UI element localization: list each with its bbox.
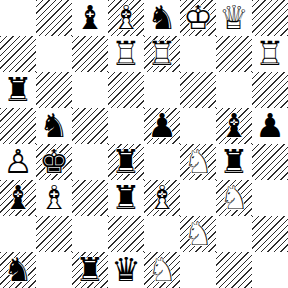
piece-black-knight[interactable]: ♞ xyxy=(36,108,72,144)
piece-white-rook-fill: ♜ xyxy=(144,36,180,72)
piece-black-pawn[interactable]: ♟ xyxy=(144,108,180,144)
square-a7[interactable] xyxy=(0,36,36,72)
square-c3[interactable] xyxy=(72,180,108,216)
piece-white-rook-fill: ♜ xyxy=(252,36,288,72)
square-b3[interactable]: ♝♗ xyxy=(36,180,72,216)
square-b4[interactable]: ♚ xyxy=(36,144,72,180)
piece-white-pawn[interactable]: ♙ xyxy=(0,144,36,180)
square-a8[interactable] xyxy=(0,0,36,36)
square-f5[interactable] xyxy=(180,108,216,144)
square-d7[interactable]: ♜♖ xyxy=(108,36,144,72)
square-g1[interactable] xyxy=(216,252,252,288)
square-h1[interactable] xyxy=(252,252,288,288)
piece-black-knight[interactable]: ♞ xyxy=(144,0,180,36)
piece-black-bishop[interactable]: ♝ xyxy=(0,180,36,216)
square-e5[interactable]: ♟ xyxy=(144,108,180,144)
piece-white-king-fill: ♚ xyxy=(180,0,216,36)
piece-white-rook-fill: ♜ xyxy=(108,36,144,72)
piece-black-queen[interactable]: ♛ xyxy=(108,252,144,288)
square-d8[interactable]: ♝♗ xyxy=(108,0,144,36)
piece-white-bishop[interactable]: ♗ xyxy=(144,180,180,216)
piece-white-knight-fill: ♞ xyxy=(216,180,252,216)
square-h8[interactable] xyxy=(252,0,288,36)
piece-white-bishop[interactable]: ♗ xyxy=(108,0,144,36)
square-g3[interactable]: ♞♘ xyxy=(216,180,252,216)
piece-black-pawn[interactable]: ♟ xyxy=(252,108,288,144)
square-d3[interactable]: ♜ xyxy=(108,180,144,216)
piece-white-pawn-fill: ♟ xyxy=(0,144,36,180)
piece-black-knight[interactable]: ♞ xyxy=(0,252,36,288)
square-h3[interactable] xyxy=(252,180,288,216)
square-e8[interactable]: ♞ xyxy=(144,0,180,36)
piece-black-king[interactable]: ♚ xyxy=(36,144,72,180)
square-d5[interactable] xyxy=(108,108,144,144)
piece-white-queen[interactable]: ♕ xyxy=(216,0,252,36)
piece-white-rook[interactable]: ♖ xyxy=(108,36,144,72)
chess-board: ♝♝♗♞♚♔♛♕♜♖♜♖♜♖♜♞♟♝♟♟♙♚♜♞♘♜♝♝♗♜♝♗♞♘♞♘♞♜♛♞… xyxy=(0,0,288,288)
square-b6[interactable] xyxy=(36,72,72,108)
square-d6[interactable] xyxy=(108,72,144,108)
square-c2[interactable] xyxy=(72,216,108,252)
square-f6[interactable] xyxy=(180,72,216,108)
square-e4[interactable] xyxy=(144,144,180,180)
square-g7[interactable] xyxy=(216,36,252,72)
square-b5[interactable]: ♞ xyxy=(36,108,72,144)
square-c7[interactable] xyxy=(72,36,108,72)
square-a4[interactable]: ♟♙ xyxy=(0,144,36,180)
piece-black-rook[interactable]: ♜ xyxy=(72,252,108,288)
square-e2[interactable] xyxy=(144,216,180,252)
square-e1[interactable]: ♞♘ xyxy=(144,252,180,288)
square-f7[interactable] xyxy=(180,36,216,72)
square-c5[interactable] xyxy=(72,108,108,144)
square-e6[interactable] xyxy=(144,72,180,108)
piece-black-bishop[interactable]: ♝ xyxy=(72,0,108,36)
square-d4[interactable]: ♜ xyxy=(108,144,144,180)
square-g6[interactable] xyxy=(216,72,252,108)
piece-black-rook[interactable]: ♜ xyxy=(216,144,252,180)
piece-white-knight[interactable]: ♘ xyxy=(180,144,216,180)
square-a6[interactable]: ♜ xyxy=(0,72,36,108)
square-c8[interactable]: ♝ xyxy=(72,0,108,36)
square-h2[interactable] xyxy=(252,216,288,252)
piece-white-rook[interactable]: ♖ xyxy=(144,36,180,72)
square-f1[interactable] xyxy=(180,252,216,288)
piece-black-rook[interactable]: ♜ xyxy=(108,144,144,180)
square-h6[interactable] xyxy=(252,72,288,108)
piece-white-knight-fill: ♞ xyxy=(180,216,216,252)
square-b7[interactable] xyxy=(36,36,72,72)
piece-white-king[interactable]: ♔ xyxy=(180,0,216,36)
square-c4[interactable] xyxy=(72,144,108,180)
piece-white-knight-fill: ♞ xyxy=(144,252,180,288)
piece-white-knight[interactable]: ♘ xyxy=(216,180,252,216)
square-c1[interactable]: ♜ xyxy=(72,252,108,288)
square-a5[interactable] xyxy=(0,108,36,144)
square-d1[interactable]: ♛ xyxy=(108,252,144,288)
piece-black-rook[interactable]: ♜ xyxy=(108,180,144,216)
square-a3[interactable]: ♝ xyxy=(0,180,36,216)
square-d2[interactable] xyxy=(108,216,144,252)
piece-white-bishop-fill: ♝ xyxy=(108,0,144,36)
piece-white-knight[interactable]: ♘ xyxy=(144,252,180,288)
piece-black-bishop[interactable]: ♝ xyxy=(216,108,252,144)
piece-white-knight-fill: ♞ xyxy=(180,144,216,180)
square-b2[interactable] xyxy=(36,216,72,252)
square-a1[interactable]: ♞ xyxy=(0,252,36,288)
piece-white-rook[interactable]: ♖ xyxy=(252,36,288,72)
square-f3[interactable] xyxy=(180,180,216,216)
square-g8[interactable]: ♛♕ xyxy=(216,0,252,36)
square-h7[interactable]: ♜♖ xyxy=(252,36,288,72)
square-e3[interactable]: ♝♗ xyxy=(144,180,180,216)
square-c6[interactable] xyxy=(72,72,108,108)
square-g4[interactable]: ♜ xyxy=(216,144,252,180)
square-g2[interactable] xyxy=(216,216,252,252)
piece-white-bishop[interactable]: ♗ xyxy=(36,180,72,216)
square-f4[interactable]: ♞♘ xyxy=(180,144,216,180)
square-g5[interactable]: ♝ xyxy=(216,108,252,144)
piece-white-queen-fill: ♛ xyxy=(216,0,252,36)
square-f8[interactable]: ♚♔ xyxy=(180,0,216,36)
square-b1[interactable] xyxy=(36,252,72,288)
square-f2[interactable]: ♞♘ xyxy=(180,216,216,252)
square-e7[interactable]: ♜♖ xyxy=(144,36,180,72)
square-a2[interactable] xyxy=(0,216,36,252)
piece-black-rook[interactable]: ♜ xyxy=(0,72,36,108)
square-b8[interactable] xyxy=(36,0,72,36)
piece-white-bishop-fill: ♝ xyxy=(36,180,72,216)
piece-white-bishop-fill: ♝ xyxy=(144,180,180,216)
square-h5[interactable]: ♟ xyxy=(252,108,288,144)
piece-white-knight[interactable]: ♘ xyxy=(180,216,216,252)
square-h4[interactable] xyxy=(252,144,288,180)
